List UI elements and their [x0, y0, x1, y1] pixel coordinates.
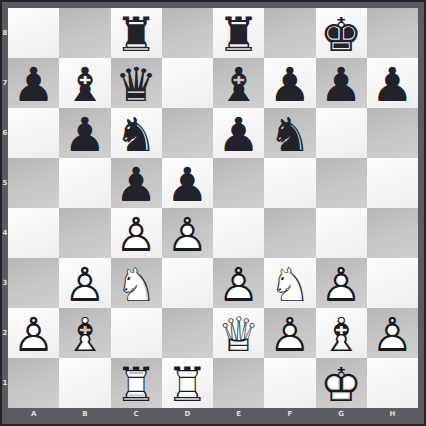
square-b1[interactable] — [59, 358, 110, 408]
square-c3[interactable]: ♞♘ — [111, 258, 162, 308]
square-a8[interactable] — [8, 8, 59, 58]
black-piece-glyph: ♜ — [115, 11, 157, 58]
square-d7[interactable] — [162, 58, 213, 108]
black-piece-glyph: ♜ — [218, 11, 260, 58]
square-g1[interactable]: ♚♔ — [316, 358, 367, 408]
piece-black-queen[interactable]: ♛ — [111, 59, 162, 109]
black-piece-glyph: ♟ — [64, 111, 106, 158]
square-g2[interactable]: ♝♗ — [316, 308, 367, 358]
file-labels: ABCDEFGH — [8, 407, 418, 421]
square-d5[interactable]: ♟ — [162, 158, 213, 208]
black-piece-glyph: ♞ — [269, 111, 311, 158]
black-piece-glyph: ♝ — [64, 61, 106, 108]
piece-black-pawn[interactable]: ♟ — [59, 109, 110, 159]
square-e5[interactable] — [213, 158, 264, 208]
board: ♜♜♚♟♝♛♝♟♟♟♟♞♟♞♟♟♟♙♟♙♟♙♞♘♟♙♞♘♟♙♟♙♝♗♛♕♟♙♝♗… — [8, 8, 418, 408]
piece-white-knight[interactable]: ♞♘ — [264, 259, 315, 309]
square-a4[interactable] — [8, 208, 59, 258]
square-c6[interactable]: ♞ — [111, 108, 162, 158]
piece-black-pawn[interactable]: ♟ — [162, 159, 213, 209]
square-a3[interactable] — [8, 258, 59, 308]
square-c7[interactable]: ♛ — [111, 58, 162, 108]
white-piece-outline: ♙ — [371, 311, 413, 358]
black-piece-glyph: ♟ — [269, 61, 311, 108]
piece-white-pawn[interactable]: ♟♙ — [213, 259, 264, 309]
chess-board-frame: 87654321 ♜♜♚♟♝♛♝♟♟♟♟♞♟♞♟♟♟♙♟♙♟♙♞♘♟♙♞♘♟♙♟… — [0, 0, 426, 426]
square-g3[interactable]: ♟♙ — [316, 258, 367, 308]
square-f2[interactable]: ♟♙ — [264, 308, 315, 358]
square-f1[interactable] — [264, 358, 315, 408]
piece-black-pawn[interactable]: ♟ — [264, 59, 315, 109]
piece-black-bishop[interactable]: ♝ — [213, 59, 264, 109]
piece-black-bishop[interactable]: ♝ — [59, 59, 110, 109]
square-e4[interactable] — [213, 208, 264, 258]
square-g4[interactable] — [316, 208, 367, 258]
black-piece-glyph: ♞ — [115, 111, 157, 158]
square-h4[interactable] — [367, 208, 418, 258]
piece-black-knight[interactable]: ♞ — [111, 109, 162, 159]
piece-white-pawn[interactable]: ♟♙ — [264, 309, 315, 359]
square-f3[interactable]: ♞♘ — [264, 258, 315, 308]
file-label-f: F — [264, 407, 315, 421]
square-b4[interactable] — [59, 208, 110, 258]
piece-white-king[interactable]: ♚♔ — [316, 359, 367, 409]
square-h7[interactable]: ♟ — [367, 58, 418, 108]
square-e6[interactable]: ♟ — [213, 108, 264, 158]
square-e7[interactable]: ♝ — [213, 58, 264, 108]
square-g5[interactable] — [316, 158, 367, 208]
white-piece-outline: ♙ — [218, 261, 260, 308]
black-piece-glyph: ♛ — [115, 61, 157, 108]
black-piece-glyph: ♟ — [13, 61, 55, 108]
file-label-e: E — [213, 407, 264, 421]
piece-white-knight[interactable]: ♞♘ — [111, 259, 162, 309]
square-d2[interactable] — [162, 308, 213, 358]
white-piece-outline: ♙ — [115, 211, 157, 258]
black-piece-glyph: ♟ — [166, 161, 208, 208]
square-d4[interactable]: ♟♙ — [162, 208, 213, 258]
white-piece-outline: ♙ — [320, 261, 362, 308]
white-piece-outline: ♕ — [218, 311, 260, 358]
square-h5[interactable] — [367, 158, 418, 208]
square-e1[interactable] — [213, 358, 264, 408]
square-f8[interactable] — [264, 8, 315, 58]
piece-black-pawn[interactable]: ♟ — [367, 59, 418, 109]
square-h3[interactable] — [367, 258, 418, 308]
file-label-g: G — [316, 407, 367, 421]
square-e2[interactable]: ♛♕ — [213, 308, 264, 358]
white-piece-outline: ♙ — [166, 211, 208, 258]
square-g7[interactable]: ♟ — [316, 58, 367, 108]
square-h8[interactable] — [367, 8, 418, 58]
piece-black-knight[interactable]: ♞ — [264, 109, 315, 159]
black-piece-glyph: ♟ — [371, 61, 413, 108]
square-f6[interactable]: ♞ — [264, 108, 315, 158]
white-piece-outline: ♔ — [320, 361, 362, 408]
white-piece-outline: ♗ — [320, 311, 362, 358]
square-b3[interactable]: ♟♙ — [59, 258, 110, 308]
square-d3[interactable] — [162, 258, 213, 308]
file-label-b: B — [59, 407, 110, 421]
white-piece-outline: ♘ — [269, 261, 311, 308]
white-piece-outline: ♗ — [64, 311, 106, 358]
square-f5[interactable] — [264, 158, 315, 208]
square-g8[interactable]: ♚ — [316, 8, 367, 58]
square-b2[interactable]: ♝♗ — [59, 308, 110, 358]
file-label-d: D — [162, 407, 213, 421]
square-h2[interactable]: ♟♙ — [367, 308, 418, 358]
square-c5[interactable]: ♟ — [111, 158, 162, 208]
white-piece-outline: ♖ — [115, 361, 157, 408]
piece-white-rook[interactable]: ♜♖ — [162, 359, 213, 409]
piece-white-queen[interactable]: ♛♕ — [213, 309, 264, 359]
piece-white-pawn[interactable]: ♟♙ — [8, 309, 59, 359]
square-b5[interactable] — [59, 158, 110, 208]
piece-white-bishop[interactable]: ♝♗ — [59, 309, 110, 359]
square-h6[interactable] — [367, 108, 418, 158]
square-c1[interactable]: ♜♖ — [111, 358, 162, 408]
black-piece-glyph: ♝ — [218, 61, 260, 108]
white-piece-outline: ♙ — [269, 311, 311, 358]
file-label-c: C — [111, 407, 162, 421]
square-b8[interactable] — [59, 8, 110, 58]
square-d8[interactable] — [162, 8, 213, 58]
piece-black-pawn[interactable]: ♟ — [8, 59, 59, 109]
square-c4[interactable]: ♟♙ — [111, 208, 162, 258]
square-a6[interactable] — [8, 108, 59, 158]
piece-black-king[interactable]: ♚ — [316, 9, 367, 59]
square-f7[interactable]: ♟ — [264, 58, 315, 108]
square-a2[interactable]: ♟♙ — [8, 308, 59, 358]
square-c8[interactable]: ♜ — [111, 8, 162, 58]
white-piece-outline: ♖ — [166, 361, 208, 408]
piece-black-rook[interactable]: ♜ — [111, 9, 162, 59]
square-b6[interactable]: ♟ — [59, 108, 110, 158]
piece-white-pawn[interactable]: ♟♙ — [111, 209, 162, 259]
square-g6[interactable] — [316, 108, 367, 158]
square-c2[interactable] — [111, 308, 162, 358]
square-e3[interactable]: ♟♙ — [213, 258, 264, 308]
square-d1[interactable]: ♜♖ — [162, 358, 213, 408]
file-label-a: A — [8, 407, 59, 421]
file-label-h: H — [367, 407, 418, 421]
piece-black-pawn[interactable]: ♟ — [213, 109, 264, 159]
piece-black-pawn[interactable]: ♟ — [111, 159, 162, 209]
white-piece-outline: ♙ — [13, 311, 55, 358]
square-f4[interactable] — [264, 208, 315, 258]
piece-black-rook[interactable]: ♜ — [213, 9, 264, 59]
piece-white-pawn[interactable]: ♟♙ — [316, 259, 367, 309]
piece-white-pawn[interactable]: ♟♙ — [162, 209, 213, 259]
piece-white-pawn[interactable]: ♟♙ — [367, 309, 418, 359]
square-a7[interactable]: ♟ — [8, 58, 59, 108]
square-b7[interactable]: ♝ — [59, 58, 110, 108]
square-a1[interactable] — [8, 358, 59, 408]
square-e8[interactable]: ♜ — [213, 8, 264, 58]
white-piece-outline: ♙ — [64, 261, 106, 308]
white-piece-outline: ♘ — [115, 261, 157, 308]
square-a5[interactable] — [8, 158, 59, 208]
piece-white-rook[interactable]: ♜♖ — [111, 359, 162, 409]
piece-black-pawn[interactable]: ♟ — [316, 59, 367, 109]
black-piece-glyph: ♟ — [115, 161, 157, 208]
square-d6[interactable] — [162, 108, 213, 158]
piece-white-pawn[interactable]: ♟♙ — [59, 259, 110, 309]
square-h1[interactable] — [367, 358, 418, 408]
black-piece-glyph: ♟ — [218, 111, 260, 158]
piece-white-bishop[interactable]: ♝♗ — [316, 309, 367, 359]
black-piece-glyph: ♟ — [320, 61, 362, 108]
black-piece-glyph: ♚ — [320, 11, 362, 58]
